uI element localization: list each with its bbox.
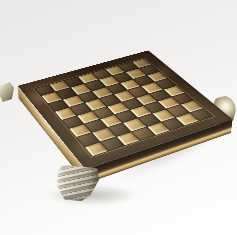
square-e3[interactable] — [130, 106, 152, 118]
square-e2[interactable] — [138, 114, 160, 126]
square-d4[interactable] — [107, 102, 128, 114]
square-a5[interactable] — [55, 108, 76, 120]
square-c2[interactable] — [108, 123, 130, 136]
square-b5[interactable] — [70, 103, 91, 115]
square-h3[interactable] — [172, 93, 193, 104]
square-e1[interactable] — [147, 122, 169, 135]
square-a4[interactable] — [62, 116, 83, 128]
square-c1[interactable] — [117, 132, 140, 145]
square-g2[interactable] — [167, 105, 189, 117]
square-f1[interactable] — [162, 118, 184, 131]
square-b2[interactable] — [93, 128, 115, 141]
square-d1[interactable] — [132, 127, 155, 140]
square-a3[interactable] — [69, 124, 91, 137]
square-g1[interactable] — [176, 113, 198, 125]
square-f2[interactable] — [153, 109, 175, 121]
square-a2[interactable] — [77, 133, 99, 146]
square-b1[interactable] — [101, 137, 124, 151]
board-leg-left — [0, 82, 14, 102]
square-d3[interactable] — [115, 110, 137, 122]
square-f3[interactable] — [144, 102, 165, 114]
square-h1[interactable] — [190, 109, 212, 121]
square-d2[interactable] — [123, 119, 145, 132]
square-c3[interactable] — [100, 115, 122, 127]
board-leg-front — [57, 165, 99, 201]
square-a1[interactable] — [85, 142, 108, 156]
square-b3[interactable] — [85, 119, 107, 132]
square-b4[interactable] — [77, 111, 98, 123]
square-h2[interactable] — [181, 101, 203, 113]
board-frame — [18, 50, 233, 169]
square-c4[interactable] — [92, 107, 113, 119]
product-photo — [0, 0, 237, 235]
chess-board — [18, 50, 233, 169]
